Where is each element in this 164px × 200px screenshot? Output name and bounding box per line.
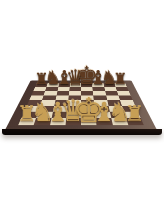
board-square <box>65 118 81 125</box>
chess-board <box>5 81 157 130</box>
board-square <box>126 118 144 125</box>
board-square <box>34 118 51 125</box>
board-square <box>50 118 67 125</box>
board-square <box>96 118 113 125</box>
board-front-edge <box>2 129 162 135</box>
board-squares-grid <box>18 83 144 126</box>
board-square <box>81 118 97 125</box>
chess-set-product-photo[interactable]: ♜♞♝♛♚♝♞♜♜♞♝♛♚♝♞♜ <box>0 0 164 200</box>
